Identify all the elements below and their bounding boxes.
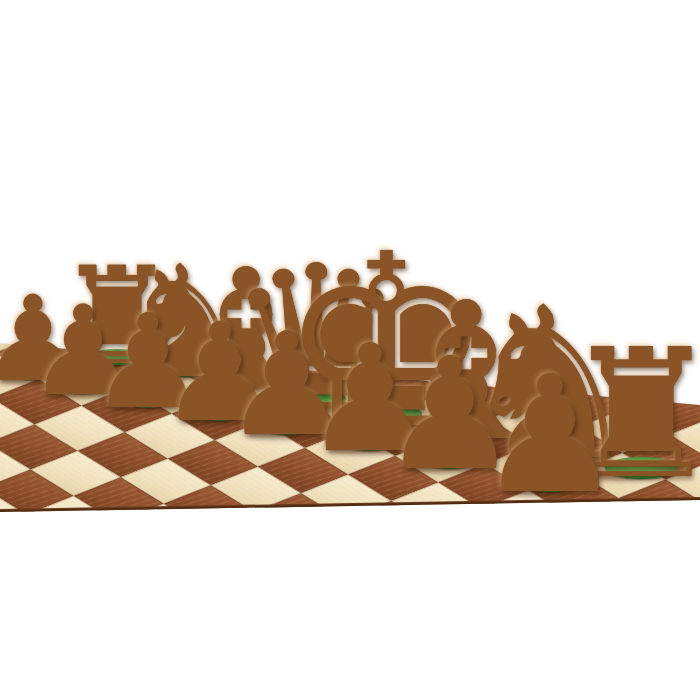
pieces-layer: ♜♞♟♝♟♛♟♚♟♟♝♟♞♟♜♟ (0, 0, 700, 700)
piece-glyph-pawn: ♟ (469, 354, 631, 516)
photo-canvas: ♜♞♟♝♟♛♟♚♟♟♝♟♞♟♜♟ (0, 0, 700, 700)
